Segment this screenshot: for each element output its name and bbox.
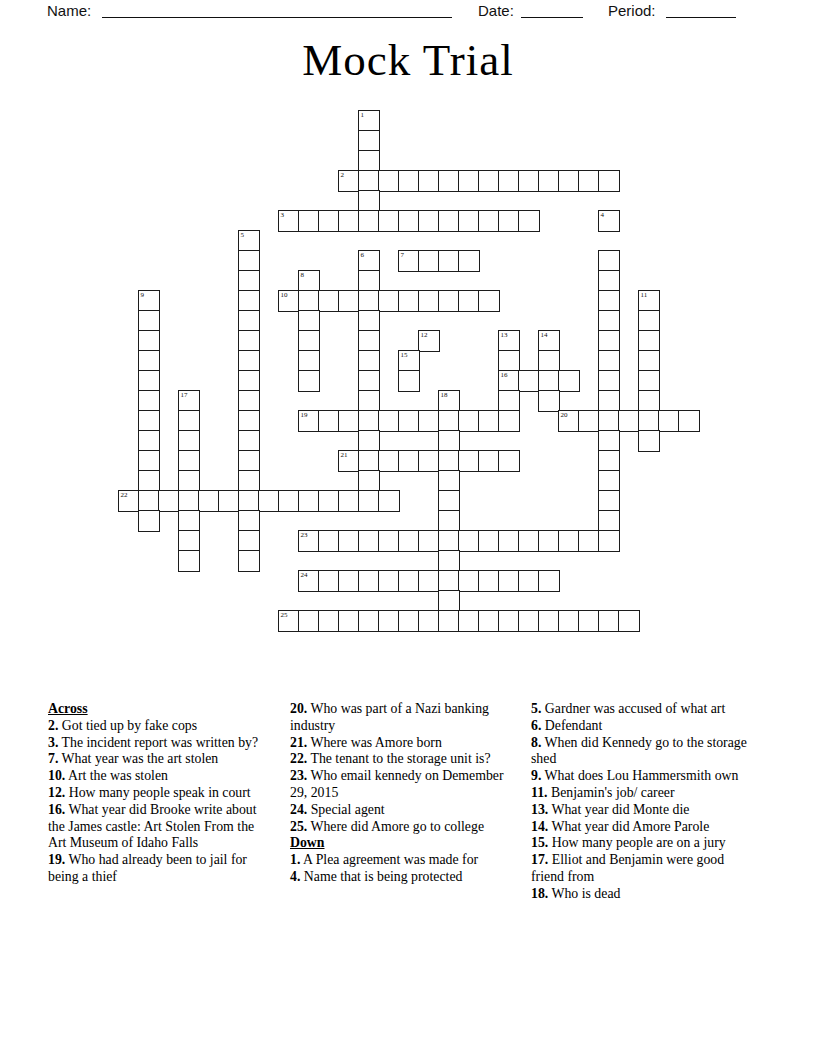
cell-r22-c16[interactable] [438, 550, 460, 572]
cell-r18-c12[interactable] [358, 470, 380, 492]
cell-r13-c1[interactable] [138, 370, 160, 392]
cell-r17-c15[interactable] [418, 450, 440, 472]
cell-r14-c24[interactable] [598, 390, 620, 412]
cell-r14-c1[interactable] [138, 390, 160, 412]
cell-r3-c15[interactable] [418, 170, 440, 192]
cell-r15-c19[interactable] [498, 410, 520, 432]
puzzle-title: Mock Trial [0, 34, 816, 86]
clue-across-23-number: 23. [290, 768, 307, 783]
clue-down-5: 5. Gardner was accused of what art [531, 701, 755, 718]
cell-r3-c19[interactable] [498, 170, 520, 192]
cell-r16-c6[interactable] [238, 430, 260, 452]
clue-down-13: 13. What year did Monte die [531, 802, 755, 819]
clue-number-3: 3 [281, 211, 285, 219]
cell-r19-c12[interactable] [358, 490, 380, 512]
cell-r16-c16[interactable] [438, 430, 460, 452]
cell-r10-c24[interactable] [598, 310, 620, 332]
cell-r17-c13[interactable] [378, 450, 400, 472]
cell-r7-c6[interactable] [238, 250, 260, 272]
clue-across-20-number: 20. [290, 701, 307, 716]
name-label: Name: [47, 2, 91, 19]
cell-r25-c24[interactable] [598, 610, 620, 632]
cell-r8-c12[interactable] [358, 270, 380, 292]
clue-down-9-number: 9. [531, 768, 541, 783]
clue-number-24: 24 [301, 571, 308, 579]
cell-r9-c14[interactable] [398, 290, 420, 312]
clue-across-25-number: 25. [290, 819, 307, 834]
cell-r17-c6[interactable] [238, 450, 260, 472]
cell-r12-c26[interactable] [638, 350, 660, 372]
cell-r8-c9[interactable]: 8 [298, 270, 320, 292]
cell-r6-c6[interactable]: 5 [238, 230, 260, 252]
cell-r23-c11[interactable] [338, 570, 360, 592]
clue-number-25: 25 [281, 611, 288, 619]
cell-r21-c20[interactable] [518, 530, 540, 552]
clue-down-8-number: 8. [531, 735, 541, 750]
cell-r15-c16[interactable] [438, 410, 460, 432]
cell-r19-c1[interactable] [138, 490, 160, 512]
clue-across-12-number: 12. [48, 785, 65, 800]
clue-down-9: 9. What does Lou Hammersmith own [531, 768, 755, 785]
cell-r19-c10[interactable] [318, 490, 340, 512]
clue-down-6: 6. Defendant [531, 718, 755, 735]
cell-r21-c16[interactable] [438, 530, 460, 552]
cell-r3-c20[interactable] [518, 170, 540, 192]
period-blank-line[interactable] [666, 2, 736, 18]
cell-r23-c18[interactable] [478, 570, 500, 592]
cell-r23-c16[interactable] [438, 570, 460, 592]
cell-r15-c15[interactable] [418, 410, 440, 432]
cell-r5-c20[interactable] [518, 210, 540, 232]
cell-r19-c0[interactable]: 22 [118, 490, 140, 512]
cell-r5-c18[interactable] [478, 210, 500, 232]
clue-number-9: 9 [141, 291, 145, 299]
cell-r3-c18[interactable] [478, 170, 500, 192]
cell-r25-c21[interactable] [538, 610, 560, 632]
clue-number-19: 19 [301, 411, 308, 419]
cell-r25-c23[interactable] [578, 610, 600, 632]
cell-r15-c13[interactable] [378, 410, 400, 432]
cell-r10-c6[interactable] [238, 310, 260, 332]
clue-number-2: 2 [341, 171, 345, 179]
clue-number-11: 11 [641, 291, 648, 299]
cell-r12-c21[interactable] [538, 350, 560, 372]
cell-r11-c9[interactable] [298, 330, 320, 352]
cell-r25-c25[interactable] [618, 610, 640, 632]
cell-r23-c9[interactable]: 24 [298, 570, 320, 592]
cell-r18-c1[interactable] [138, 470, 160, 492]
cell-r23-c13[interactable] [378, 570, 400, 592]
cell-r1-c12[interactable] [358, 130, 380, 152]
cell-r9-c6[interactable] [238, 290, 260, 312]
cell-r0-c12[interactable]: 1 [358, 110, 380, 132]
cell-r21-c14[interactable] [398, 530, 420, 552]
clue-down-1: 1. A Plea agreement was made for [290, 852, 514, 869]
cell-r17-c19[interactable] [498, 450, 520, 472]
cell-r7-c16[interactable] [438, 250, 460, 272]
clue-down-15: 15. How many people are on a jury [531, 835, 755, 852]
cell-r3-c16[interactable] [438, 170, 460, 192]
cell-r8-c6[interactable] [238, 270, 260, 292]
cell-r3-c13[interactable] [378, 170, 400, 192]
cell-r9-c24[interactable] [598, 290, 620, 312]
date-label: Date: [478, 2, 514, 19]
cell-r18-c16[interactable] [438, 470, 460, 492]
cell-r17-c1[interactable] [138, 450, 160, 472]
cell-r11-c12[interactable] [358, 330, 380, 352]
cell-r5-c11[interactable] [338, 210, 360, 232]
cell-r9-c16[interactable] [438, 290, 460, 312]
clue-across-12: 12. How many people speak in court [48, 785, 272, 802]
cell-r14-c26[interactable] [638, 390, 660, 412]
cell-r14-c6[interactable] [238, 390, 260, 412]
clue-across-10-number: 10. [48, 768, 65, 783]
cell-r14-c21[interactable] [538, 390, 560, 412]
cell-r7-c17[interactable] [458, 250, 480, 272]
clue-across-2-number: 2. [48, 718, 58, 733]
cell-r9-c9[interactable] [298, 290, 320, 312]
cell-r19-c9[interactable] [298, 490, 320, 512]
clue-number-12: 12 [421, 331, 428, 339]
clue-down-1-number: 1. [290, 852, 300, 867]
cell-r21-c19[interactable] [498, 530, 520, 552]
cell-r11-c6[interactable] [238, 330, 260, 352]
cell-r19-c2[interactable] [158, 490, 180, 512]
cell-r4-c12[interactable] [358, 190, 380, 212]
cell-r5-c15[interactable] [418, 210, 440, 232]
cell-r14-c12[interactable] [358, 390, 380, 412]
cell-r15-c1[interactable] [138, 410, 160, 432]
cell-r19-c7[interactable] [258, 490, 280, 512]
cell-r16-c12[interactable] [358, 430, 380, 452]
cell-r15-c28[interactable] [678, 410, 700, 432]
clue-across-7: 7. What year was the art stolen [48, 751, 272, 768]
cell-r19-c16[interactable] [438, 490, 460, 512]
cell-r16-c26[interactable] [638, 430, 660, 452]
cell-r16-c1[interactable] [138, 430, 160, 452]
clue-across-21-number: 21. [290, 735, 307, 750]
name-blank-line[interactable] [102, 2, 452, 18]
cell-r9-c11[interactable] [338, 290, 360, 312]
cell-r13-c22[interactable] [558, 370, 580, 392]
clue-down-15-number: 15. [531, 835, 548, 850]
clue-down-8: 8. When did Kennedy go to the storage sh… [531, 735, 755, 769]
cell-r18-c6[interactable] [238, 470, 260, 492]
cell-r13-c24[interactable] [598, 370, 620, 392]
clue-across-23: 23. Who email kennedy on Demember 29, 20… [290, 768, 514, 802]
clue-number-20: 20 [561, 411, 568, 419]
cell-r3-c22[interactable] [558, 170, 580, 192]
cell-r20-c16[interactable] [438, 510, 460, 532]
cell-r13-c6[interactable] [238, 370, 260, 392]
cell-r15-c17[interactable] [458, 410, 480, 432]
cell-r21-c18[interactable] [478, 530, 500, 552]
cell-r17-c24[interactable] [598, 450, 620, 472]
cell-r17-c18[interactable] [478, 450, 500, 472]
cell-r17-c11[interactable]: 21 [338, 450, 360, 472]
cell-r9-c8[interactable]: 10 [278, 290, 300, 312]
cell-r17-c16[interactable] [438, 450, 460, 472]
cell-r13-c21[interactable] [538, 370, 560, 392]
cell-r23-c19[interactable] [498, 570, 520, 592]
cell-r15-c12[interactable] [358, 410, 380, 432]
cell-r21-c9[interactable]: 23 [298, 530, 320, 552]
cell-r5-c9[interactable] [298, 210, 320, 232]
clue-down-11: 11. Benjamin's job/ career [531, 785, 755, 802]
cell-r11-c24[interactable] [598, 330, 620, 352]
cell-r10-c1[interactable] [138, 310, 160, 332]
clue-number-1: 1 [361, 111, 365, 119]
cell-r19-c6[interactable] [238, 490, 260, 512]
clue-across-25: 25. Where did Amore go to college [290, 819, 514, 836]
cell-r5-c12[interactable] [358, 210, 380, 232]
cell-r15-c23[interactable] [578, 410, 600, 432]
clue-across-22-number: 22. [290, 751, 307, 766]
cell-r20-c3[interactable] [178, 510, 200, 532]
cell-r21-c15[interactable] [418, 530, 440, 552]
cell-r13-c20[interactable] [518, 370, 540, 392]
cell-r23-c14[interactable] [398, 570, 420, 592]
clue-column-2: 20. Who was part of a Nazi banking indus… [290, 701, 514, 886]
cell-r21-c12[interactable] [358, 530, 380, 552]
clue-number-15: 15 [401, 351, 408, 359]
cell-r13-c9[interactable] [298, 370, 320, 392]
cell-r19-c13[interactable] [378, 490, 400, 512]
cell-r8-c24[interactable] [598, 270, 620, 292]
cell-r22-c6[interactable] [238, 550, 260, 572]
clue-down-13-number: 13. [531, 802, 548, 817]
clue-number-6: 6 [361, 251, 365, 259]
cell-r17-c12[interactable] [358, 450, 380, 472]
cell-r23-c10[interactable] [318, 570, 340, 592]
cell-r21-c17[interactable] [458, 530, 480, 552]
cell-r19-c3[interactable] [178, 490, 200, 512]
cell-r15-c14[interactable] [398, 410, 420, 432]
cell-r25-c8[interactable]: 25 [278, 610, 300, 632]
clue-across-21: 21. Where was Amore born [290, 735, 514, 752]
cell-r9-c17[interactable] [458, 290, 480, 312]
clue-across-3-number: 3. [48, 735, 58, 750]
cell-r21-c23[interactable] [578, 530, 600, 552]
cell-r3-c17[interactable] [458, 170, 480, 192]
cell-r11-c26[interactable] [638, 330, 660, 352]
cell-r11-c21[interactable]: 14 [538, 330, 560, 352]
clue-down-17: 17. Elliot and Benjamin were good friend… [531, 852, 755, 886]
clue-across-3: 3. The incident report was written by? [48, 735, 272, 752]
cell-r3-c12[interactable] [358, 170, 380, 192]
cell-r11-c19[interactable]: 13 [498, 330, 520, 352]
cell-r5-c19[interactable] [498, 210, 520, 232]
cell-r10-c9[interactable] [298, 310, 320, 332]
clue-column-1: Across2. Got tied up by fake cops3. The … [48, 701, 272, 886]
cell-r16-c24[interactable] [598, 430, 620, 452]
period-label: Period: [608, 2, 656, 19]
cell-r13-c14[interactable] [398, 370, 420, 392]
cell-r25-c15[interactable] [418, 610, 440, 632]
cell-r5-c24[interactable]: 4 [598, 210, 620, 232]
cell-r12-c14[interactable]: 15 [398, 350, 420, 372]
cell-r5-c13[interactable] [378, 210, 400, 232]
cell-r9-c26[interactable]: 11 [638, 290, 660, 312]
clue-down-18-number: 18. [531, 886, 548, 901]
cell-r15-c10[interactable] [318, 410, 340, 432]
cell-r5-c17[interactable] [458, 210, 480, 232]
clue-number-22: 22 [121, 491, 128, 499]
cell-r21-c13[interactable] [378, 530, 400, 552]
cell-r9-c13[interactable] [378, 290, 400, 312]
cell-r25-c20[interactable] [518, 610, 540, 632]
cell-r23-c15[interactable] [418, 570, 440, 592]
clue-down-14-number: 14. [531, 819, 548, 834]
cell-r19-c4[interactable] [198, 490, 220, 512]
cell-r9-c12[interactable] [358, 290, 380, 312]
cell-r12-c1[interactable] [138, 350, 160, 372]
cell-r15-c27[interactable] [658, 410, 680, 432]
cell-r13-c26[interactable] [638, 370, 660, 392]
clue-number-16: 16 [501, 371, 508, 379]
cell-r25-c17[interactable] [458, 610, 480, 632]
cell-r21-c11[interactable] [338, 530, 360, 552]
cell-r12-c9[interactable] [298, 350, 320, 372]
cell-r3-c11[interactable]: 2 [338, 170, 360, 192]
clue-number-8: 8 [301, 271, 305, 279]
cell-r18-c3[interactable] [178, 470, 200, 492]
cell-r17-c17[interactable] [458, 450, 480, 472]
cell-r15-c22[interactable]: 20 [558, 410, 580, 432]
clue-number-17: 17 [181, 391, 188, 399]
cell-r15-c9[interactable]: 19 [298, 410, 320, 432]
cell-r15-c3[interactable] [178, 410, 200, 432]
cell-r25-c11[interactable] [338, 610, 360, 632]
clue-across-16-number: 16. [48, 802, 65, 817]
cell-r17-c14[interactable] [398, 450, 420, 472]
cell-r2-c12[interactable] [358, 150, 380, 172]
cell-r25-c18[interactable] [478, 610, 500, 632]
cell-r15-c25[interactable] [618, 410, 640, 432]
crossword-grid: 1234567891011121314151617181920212223242… [118, 110, 700, 632]
cell-r22-c3[interactable] [178, 550, 200, 572]
cell-r10-c12[interactable] [358, 310, 380, 332]
cell-r25-c9[interactable] [298, 610, 320, 632]
cell-r14-c3[interactable]: 17 [178, 390, 200, 412]
cell-r12-c6[interactable] [238, 350, 260, 372]
cell-r3-c23[interactable] [578, 170, 600, 192]
cell-r5-c14[interactable] [398, 210, 420, 232]
cell-r15-c11[interactable] [338, 410, 360, 432]
clue-number-23: 23 [301, 531, 308, 539]
cell-r7-c12[interactable]: 6 [358, 250, 380, 272]
cell-r3-c14[interactable] [398, 170, 420, 192]
cell-r25-c10[interactable] [318, 610, 340, 632]
cell-r7-c24[interactable] [598, 250, 620, 272]
cell-r18-c24[interactable] [598, 470, 620, 492]
cell-r9-c18[interactable] [478, 290, 500, 312]
cell-r15-c6[interactable] [238, 410, 260, 432]
clue-column-3: 5. Gardner was accused of what art6. Def… [531, 701, 755, 903]
cell-r9-c10[interactable] [318, 290, 340, 312]
cell-r5-c16[interactable] [438, 210, 460, 232]
clue-number-18: 18 [441, 391, 448, 399]
cell-r3-c21[interactable] [538, 170, 560, 192]
cell-r12-c24[interactable] [598, 350, 620, 372]
cell-r23-c12[interactable] [358, 570, 380, 592]
cell-r16-c3[interactable] [178, 430, 200, 452]
cell-r23-c17[interactable] [458, 570, 480, 592]
clue-number-13: 13 [501, 331, 508, 339]
cell-r25-c12[interactable] [358, 610, 380, 632]
cell-r19-c24[interactable] [598, 490, 620, 512]
clue-across-22: 22. The tenant to the storage unit is? [290, 751, 514, 768]
cell-r25-c22[interactable] [558, 610, 580, 632]
cell-r13-c12[interactable] [358, 370, 380, 392]
cell-r25-c19[interactable] [498, 610, 520, 632]
cell-r3-c24[interactable] [598, 170, 620, 192]
cell-r25-c13[interactable] [378, 610, 400, 632]
cell-r15-c26[interactable] [638, 410, 660, 432]
cell-r19-c8[interactable] [278, 490, 300, 512]
cell-r23-c21[interactable] [538, 570, 560, 592]
date-blank-line[interactable] [521, 2, 583, 18]
cell-r7-c14[interactable]: 7 [398, 250, 420, 272]
clue-across-19-number: 19. [48, 852, 65, 867]
cell-r20-c1[interactable] [138, 510, 160, 532]
clue-down-14: 14. What year did Amore Parole [531, 819, 755, 836]
clue-number-7: 7 [401, 251, 405, 259]
cell-r11-c1[interactable] [138, 330, 160, 352]
cell-r9-c1[interactable]: 9 [138, 290, 160, 312]
clue-across-24: 24. Special agent [290, 802, 514, 819]
cell-r21-c24[interactable] [598, 530, 620, 552]
cell-r5-c10[interactable] [318, 210, 340, 232]
clue-down-4-number: 4. [290, 869, 300, 884]
clue-down-11-number: 11. [531, 785, 548, 800]
cell-r7-c15[interactable] [418, 250, 440, 272]
cell-r12-c12[interactable] [358, 350, 380, 372]
cell-r21-c22[interactable] [558, 530, 580, 552]
clue-across-10: 10. Art the was stolen [48, 768, 272, 785]
cell-r5-c8[interactable]: 3 [278, 210, 300, 232]
cell-r14-c16[interactable]: 18 [438, 390, 460, 412]
clue-across-2: 2. Got tied up by fake cops [48, 718, 272, 735]
cell-r11-c15[interactable]: 12 [418, 330, 440, 352]
cell-r14-c19[interactable] [498, 390, 520, 412]
cell-r23-c20[interactable] [518, 570, 540, 592]
clue-number-10: 10 [281, 291, 288, 299]
clue-down-4: 4. Name that is being protected [290, 869, 514, 886]
cell-r21-c21[interactable] [538, 530, 560, 552]
cell-r19-c5[interactable] [218, 490, 240, 512]
cell-r19-c11[interactable] [338, 490, 360, 512]
cell-r13-c19[interactable]: 16 [498, 370, 520, 392]
cell-r15-c24[interactable] [598, 410, 620, 432]
cell-r25-c14[interactable] [398, 610, 420, 632]
cell-r12-c19[interactable] [498, 350, 520, 372]
cell-r25-c16[interactable] [438, 610, 460, 632]
cell-r21-c3[interactable] [178, 530, 200, 552]
cell-r21-c6[interactable] [238, 530, 260, 552]
cell-r24-c16[interactable] [438, 590, 460, 612]
cell-r10-c26[interactable] [638, 310, 660, 332]
cell-r21-c10[interactable] [318, 530, 340, 552]
cell-r17-c3[interactable] [178, 450, 200, 472]
clue-down-17-number: 17. [531, 852, 548, 867]
cell-r20-c24[interactable] [598, 510, 620, 532]
clue-number-14: 14 [541, 331, 548, 339]
down-heading: Down [290, 835, 514, 852]
cell-r9-c15[interactable] [418, 290, 440, 312]
cell-r20-c6[interactable] [238, 510, 260, 532]
cell-r15-c18[interactable] [478, 410, 500, 432]
